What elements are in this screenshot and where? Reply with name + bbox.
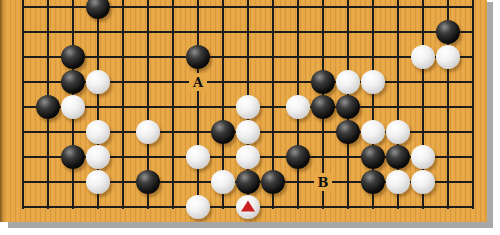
black-stone[interactable] <box>361 145 385 169</box>
white-stone[interactable] <box>386 120 410 144</box>
white-stone[interactable] <box>61 95 85 119</box>
white-stone[interactable] <box>86 170 110 194</box>
black-stone[interactable] <box>311 95 335 119</box>
point-label-a[interactable]: A <box>189 73 207 91</box>
board-shadow-bottom <box>8 222 493 228</box>
white-stone[interactable] <box>186 195 210 219</box>
white-stone[interactable] <box>386 170 410 194</box>
black-stone[interactable] <box>61 145 85 169</box>
grid-line-horizontal <box>22 56 474 58</box>
white-stone[interactable] <box>136 120 160 144</box>
white-stone[interactable] <box>86 70 110 94</box>
black-stone[interactable] <box>86 0 110 19</box>
black-stone[interactable] <box>361 170 385 194</box>
black-stone[interactable] <box>186 45 210 69</box>
black-stone[interactable] <box>386 145 410 169</box>
grid-line-horizontal <box>22 31 474 33</box>
black-stone[interactable] <box>311 70 335 94</box>
white-stone[interactable] <box>236 145 260 169</box>
white-stone[interactable] <box>236 120 260 144</box>
point-label-b[interactable]: B <box>314 173 332 191</box>
white-stone[interactable] <box>436 45 460 69</box>
black-stone[interactable] <box>336 120 360 144</box>
black-stone[interactable] <box>211 120 235 144</box>
white-stone[interactable] <box>361 70 385 94</box>
board-left-edge <box>0 0 5 222</box>
black-stone[interactable] <box>261 170 285 194</box>
white-stone[interactable] <box>86 145 110 169</box>
white-stone[interactable] <box>411 45 435 69</box>
white-stone[interactable] <box>236 95 260 119</box>
black-stone[interactable] <box>136 170 160 194</box>
white-stone[interactable] <box>411 170 435 194</box>
white-stone[interactable] <box>186 145 210 169</box>
white-stone[interactable] <box>361 120 385 144</box>
white-stone[interactable] <box>86 120 110 144</box>
white-stone[interactable] <box>211 170 235 194</box>
go-board[interactable]: AB <box>0 0 487 222</box>
white-stone[interactable] <box>411 145 435 169</box>
white-stone[interactable] <box>336 70 360 94</box>
black-stone[interactable] <box>286 145 310 169</box>
white-stone-marked[interactable] <box>236 195 260 219</box>
black-stone[interactable] <box>61 45 85 69</box>
black-stone[interactable] <box>436 20 460 44</box>
black-stone[interactable] <box>36 95 60 119</box>
white-stone[interactable] <box>286 95 310 119</box>
go-diagram: AB <box>0 0 500 235</box>
triangle-marker-icon <box>241 200 255 211</box>
black-stone[interactable] <box>336 95 360 119</box>
board-shadow-right <box>487 2 493 228</box>
black-stone[interactable] <box>61 70 85 94</box>
black-stone[interactable] <box>236 170 260 194</box>
